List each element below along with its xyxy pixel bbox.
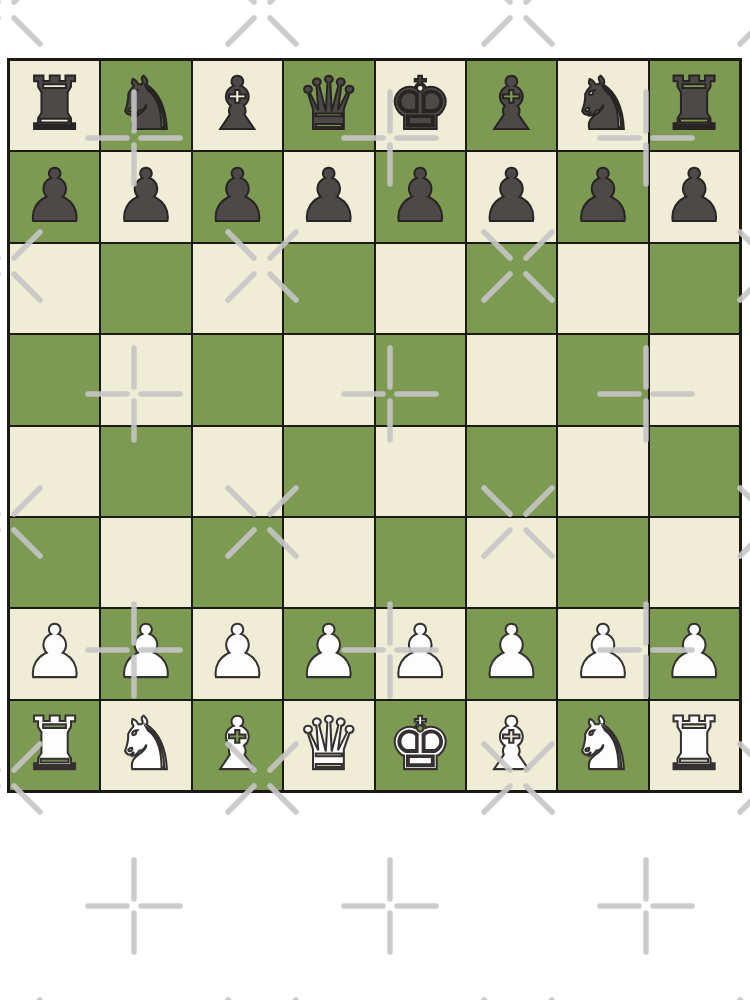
square-h3[interactable]: [650, 518, 739, 607]
square-g7[interactable]: ♟: [558, 152, 647, 241]
black-bishop-piece: ♝: [205, 67, 270, 140]
cross-watermark-icon: [270, 18, 296, 44]
square-g6[interactable]: [558, 244, 647, 333]
black-pawn-piece: ♟: [479, 159, 544, 232]
square-d5[interactable]: [284, 335, 373, 424]
white-pawn-piece: ♟: [662, 615, 727, 688]
square-d3[interactable]: [284, 518, 373, 607]
square-f1[interactable]: ♝: [467, 701, 556, 790]
square-c6[interactable]: [193, 244, 282, 333]
square-d4[interactable]: [284, 427, 373, 516]
square-e4[interactable]: [376, 427, 465, 516]
white-pawn-piece: ♟: [113, 615, 178, 688]
square-b5[interactable]: [101, 335, 190, 424]
square-g1[interactable]: ♞: [558, 701, 647, 790]
black-bishop-piece: ♝: [479, 67, 544, 140]
square-b2[interactable]: ♟: [101, 609, 190, 698]
square-a6[interactable]: [10, 244, 99, 333]
cross-watermark-icon: [740, 0, 750, 2]
square-f7[interactable]: ♟: [467, 152, 556, 241]
square-h7[interactable]: ♟: [650, 152, 739, 241]
square-b8[interactable]: ♞: [101, 61, 190, 150]
square-f6[interactable]: [467, 244, 556, 333]
square-c2[interactable]: ♟: [193, 609, 282, 698]
square-d7[interactable]: ♟: [284, 152, 373, 241]
square-c8[interactable]: ♝: [193, 61, 282, 150]
black-pawn-piece: ♟: [22, 159, 87, 232]
cross-watermark-icon: [14, 18, 40, 44]
square-c5[interactable]: [193, 335, 282, 424]
square-b3[interactable]: [101, 518, 190, 607]
square-h8[interactable]: ♜: [650, 61, 739, 150]
square-g5[interactable]: [558, 335, 647, 424]
square-c1[interactable]: ♝: [193, 701, 282, 790]
black-pawn-piece: ♟: [387, 159, 452, 232]
cross-watermark-icon: [526, 0, 552, 2]
square-h2[interactable]: ♟: [650, 609, 739, 698]
black-queen-piece: ♛: [296, 67, 361, 140]
black-pawn-piece: ♟: [113, 159, 178, 232]
square-e6[interactable]: [376, 244, 465, 333]
square-f5[interactable]: [467, 335, 556, 424]
black-king-piece: ♚: [387, 67, 452, 140]
square-b1[interactable]: ♞: [101, 701, 190, 790]
white-pawn-piece: ♟: [22, 615, 87, 688]
square-f4[interactable]: [467, 427, 556, 516]
square-f8[interactable]: ♝: [467, 61, 556, 150]
square-d1[interactable]: ♛: [284, 701, 373, 790]
white-pawn-piece: ♟: [387, 615, 452, 688]
white-pawn-piece: ♟: [296, 615, 361, 688]
square-h6[interactable]: [650, 244, 739, 333]
square-b7[interactable]: ♟: [101, 152, 190, 241]
square-b6[interactable]: [101, 244, 190, 333]
white-knight-piece: ♞: [570, 707, 635, 780]
square-d2[interactable]: ♟: [284, 609, 373, 698]
white-knight-piece: ♞: [113, 707, 178, 780]
cross-watermark-icon: [484, 18, 510, 44]
square-a5[interactable]: [10, 335, 99, 424]
square-e2[interactable]: ♟: [376, 609, 465, 698]
black-pawn-piece: ♟: [205, 159, 270, 232]
square-g3[interactable]: [558, 518, 647, 607]
cross-watermark-icon: [270, 0, 296, 2]
square-a1[interactable]: ♜: [10, 701, 99, 790]
square-a7[interactable]: ♟: [10, 152, 99, 241]
white-bishop-piece: ♝: [205, 707, 270, 780]
chess-board: ♜♞♝♛♚♝♞♜♟♟♟♟♟♟♟♟♟♟♟♟♟♟♟♟♜♞♝♛♚♝♞♜: [7, 58, 742, 793]
cross-watermark-icon: [14, 0, 40, 2]
black-rook-piece: ♜: [662, 67, 727, 140]
square-e1[interactable]: ♚: [376, 701, 465, 790]
square-g2[interactable]: ♟: [558, 609, 647, 698]
square-h4[interactable]: [650, 427, 739, 516]
cross-watermark-icon: [228, 18, 254, 44]
white-pawn-piece: ♟: [570, 615, 635, 688]
square-h1[interactable]: ♜: [650, 701, 739, 790]
cross-watermark-icon: [526, 18, 552, 44]
square-e5[interactable]: [376, 335, 465, 424]
cross-watermark-icon: [740, 18, 750, 44]
square-b4[interactable]: [101, 427, 190, 516]
white-rook-piece: ♜: [662, 707, 727, 780]
square-c7[interactable]: ♟: [193, 152, 282, 241]
black-knight-piece: ♞: [570, 67, 635, 140]
white-pawn-piece: ♟: [479, 615, 544, 688]
square-d8[interactable]: ♛: [284, 61, 373, 150]
white-bishop-piece: ♝: [479, 707, 544, 780]
square-e8[interactable]: ♚: [376, 61, 465, 150]
square-g8[interactable]: ♞: [558, 61, 647, 150]
black-pawn-piece: ♟: [662, 159, 727, 232]
white-rook-piece: ♜: [22, 707, 87, 780]
white-queen-piece: ♛: [296, 707, 361, 780]
square-a2[interactable]: ♟: [10, 609, 99, 698]
cross-watermark-icon: [484, 0, 510, 2]
square-e7[interactable]: ♟: [376, 152, 465, 241]
square-f3[interactable]: [467, 518, 556, 607]
cross-watermark-icon: [228, 0, 254, 2]
square-a4[interactable]: [10, 427, 99, 516]
black-knight-piece: ♞: [113, 67, 178, 140]
square-a3[interactable]: [10, 518, 99, 607]
black-rook-piece: ♜: [22, 67, 87, 140]
square-c3[interactable]: [193, 518, 282, 607]
square-h5[interactable]: [650, 335, 739, 424]
black-pawn-piece: ♟: [570, 159, 635, 232]
white-king-piece: ♚: [387, 707, 452, 780]
square-f2[interactable]: ♟: [467, 609, 556, 698]
square-e3[interactable]: [376, 518, 465, 607]
square-d6[interactable]: [284, 244, 373, 333]
white-pawn-piece: ♟: [205, 615, 270, 688]
square-a8[interactable]: ♜: [10, 61, 99, 150]
square-c4[interactable]: [193, 427, 282, 516]
square-g4[interactable]: [558, 427, 647, 516]
black-pawn-piece: ♟: [296, 159, 361, 232]
